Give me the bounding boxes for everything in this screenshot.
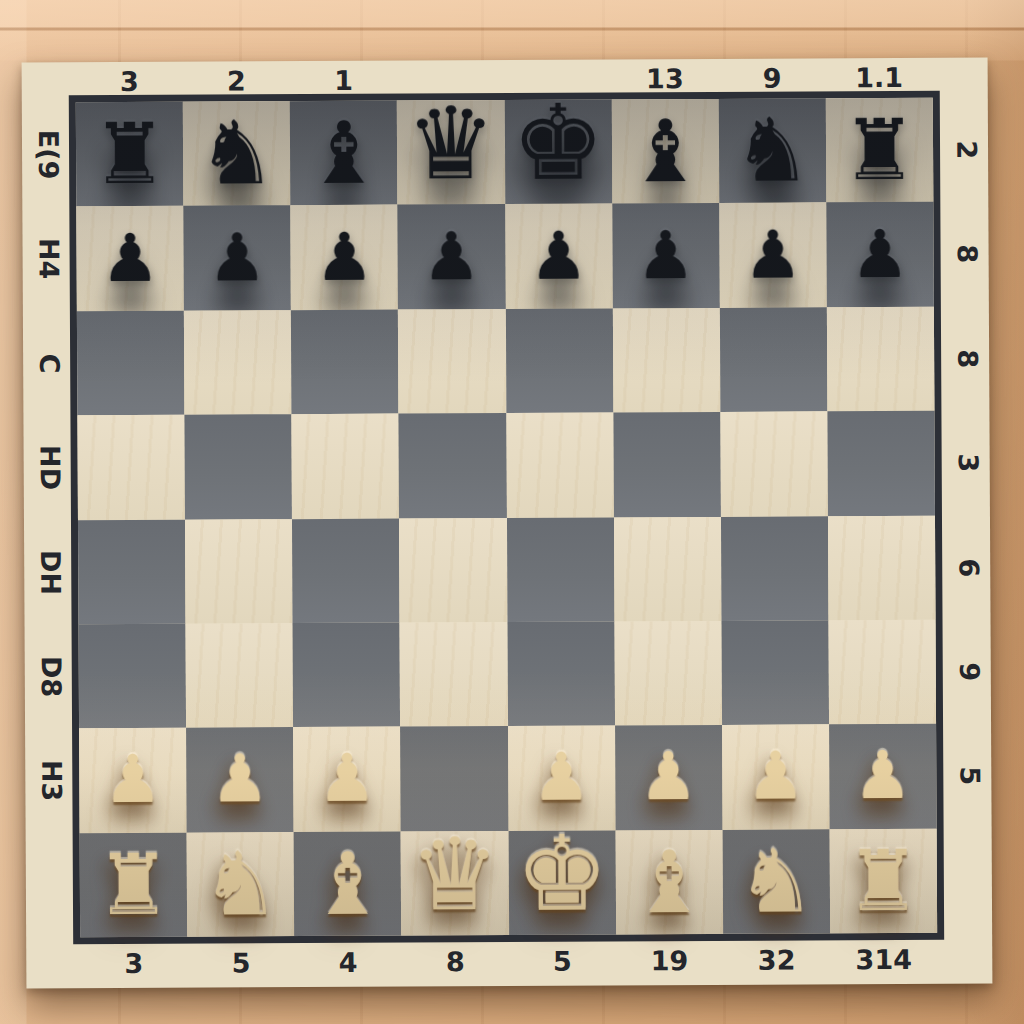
wood-table: 3211391.1 354851932314 E(9H4CHDDHD8H3 28…	[0, 0, 1024, 1024]
black-pawn-f7[interactable]: ♟	[612, 203, 720, 308]
file-label-bottom-b: 5	[187, 945, 294, 980]
square-c3[interactable]	[293, 622, 401, 727]
square-c6[interactable]	[291, 309, 399, 414]
file-label-bottom-f: 19	[616, 943, 723, 978]
square-g2[interactable]: ♟	[722, 725, 830, 830]
square-b7[interactable]: ♟	[183, 206, 291, 311]
square-b8[interactable]: ♞	[183, 101, 291, 206]
square-f8[interactable]: ♝	[611, 99, 719, 204]
square-b1[interactable]: ♞	[187, 832, 295, 937]
square-c5[interactable]	[292, 414, 400, 519]
square-a1[interactable]: ♜	[80, 832, 188, 937]
black-pawn-g7[interactable]: ♟	[719, 203, 827, 308]
white-bishop-c1[interactable]: ♝	[294, 831, 402, 936]
chess-board-mat: 3211391.1 354851932314 E(9H4CHDDHD8H3 28…	[22, 57, 993, 988]
white-pawn-h2[interactable]: ♟	[829, 724, 937, 829]
white-pawn-f2[interactable]: ♟	[615, 725, 723, 830]
square-g8[interactable]: ♞	[719, 98, 827, 203]
file-label-bottom-d: 8	[402, 944, 509, 979]
square-b4[interactable]	[185, 519, 293, 624]
white-rook-h1[interactable]: ♜	[829, 828, 937, 933]
square-f2[interactable]: ♟	[615, 725, 723, 830]
square-d5[interactable]	[399, 413, 507, 518]
white-rook-a1[interactable]: ♜	[80, 832, 188, 937]
black-knight-g8[interactable]: ♞	[719, 98, 827, 203]
square-e6[interactable]	[505, 308, 613, 413]
square-f6[interactable]	[613, 308, 721, 413]
square-h2[interactable]: ♟	[829, 724, 937, 829]
square-a2[interactable]: ♟	[79, 728, 187, 833]
rank-labels-right: 2883695	[950, 97, 988, 932]
square-d7[interactable]: ♟	[398, 204, 506, 309]
white-king-e1[interactable]: ♚	[508, 821, 616, 926]
square-d1[interactable]: ♛	[401, 831, 509, 936]
black-pawn-h7[interactable]: ♟	[826, 202, 934, 307]
black-bishop-f8[interactable]: ♝	[611, 99, 719, 204]
white-pawn-g2[interactable]: ♟	[722, 725, 830, 830]
black-pawn-a7[interactable]: ♟	[76, 206, 184, 311]
board-frame: ♜♞♝♛♚♝♞♜♟♟♟♟♟♟♟♟♟♟♟♟♟♟♟♜♞♝♛♚♝♞♜	[69, 91, 944, 945]
square-e7[interactable]: ♟	[505, 204, 613, 309]
file-label-bottom-g: 32	[723, 942, 830, 977]
square-a7[interactable]: ♟	[76, 206, 184, 311]
white-queen-d1[interactable]: ♛	[401, 823, 509, 928]
file-label-bottom-c: 4	[294, 945, 401, 980]
file-labels-bottom: 354851932314	[80, 942, 937, 980]
file-label-top-c: 1	[290, 65, 397, 97]
square-c2[interactable]: ♟	[293, 727, 401, 832]
square-e1[interactable]: ♚	[508, 830, 616, 935]
square-f4[interactable]	[614, 516, 722, 621]
white-knight-g1[interactable]: ♞	[722, 829, 830, 934]
black-rook-h8[interactable]: ♜	[826, 98, 934, 203]
square-h5[interactable]	[827, 411, 935, 516]
white-bishop-f1[interactable]: ♝	[615, 830, 723, 935]
white-knight-b1[interactable]: ♞	[187, 832, 295, 937]
black-bishop-c8[interactable]: ♝	[290, 101, 398, 206]
black-pawn-e7[interactable]: ♟	[505, 204, 613, 309]
black-king-e8[interactable]: ♚	[504, 90, 612, 195]
square-h8[interactable]: ♜	[826, 98, 934, 203]
white-pawn-a2[interactable]: ♟	[79, 728, 187, 833]
file-label-top-a: 3	[76, 66, 183, 98]
square-f3[interactable]	[614, 621, 722, 726]
white-pawn-b2[interactable]: ♟	[186, 727, 294, 832]
black-pawn-d7[interactable]: ♟	[398, 204, 506, 309]
square-c7[interactable]: ♟	[291, 205, 399, 310]
white-pawn-c2[interactable]: ♟	[293, 727, 401, 832]
black-pawn-b7[interactable]: ♟	[183, 206, 291, 311]
square-d3[interactable]	[400, 622, 508, 727]
square-b6[interactable]	[184, 310, 292, 415]
square-g5[interactable]	[720, 411, 828, 516]
file-label-bottom-a: 3	[80, 946, 187, 981]
rank-labels-left: E(9H4CHDDHD8H3	[24, 102, 60, 937]
square-h4[interactable]	[828, 515, 936, 620]
square-a5[interactable]	[77, 415, 185, 520]
square-g1[interactable]: ♞	[722, 829, 830, 934]
file-label-bottom-h: 314	[830, 942, 937, 977]
square-f7[interactable]: ♟	[612, 203, 720, 308]
square-d6[interactable]	[398, 309, 506, 414]
file-label-top-h: 1.1	[825, 62, 932, 94]
square-h7[interactable]: ♟	[826, 202, 934, 307]
square-c8[interactable]: ♝	[290, 101, 398, 206]
file-label-bottom-e: 5	[509, 943, 616, 978]
file-label-top-g: 9	[718, 62, 825, 94]
square-b5[interactable]	[185, 414, 293, 519]
board-grid: ♜♞♝♛♚♝♞♜♟♟♟♟♟♟♟♟♟♟♟♟♟♟♟♜♞♝♛♚♝♞♜	[76, 98, 937, 937]
square-b3[interactable]	[186, 623, 294, 728]
file-label-top-f: 13	[611, 63, 718, 95]
black-queen-d8[interactable]: ♛	[397, 92, 505, 197]
black-knight-b8[interactable]: ♞	[183, 101, 291, 206]
square-d8[interactable]: ♛	[397, 100, 505, 205]
square-b2[interactable]: ♟	[186, 727, 294, 832]
square-f1[interactable]: ♝	[615, 830, 723, 935]
square-c1[interactable]: ♝	[294, 831, 402, 936]
square-a6[interactable]	[77, 310, 185, 415]
square-g6[interactable]	[720, 307, 828, 412]
square-g4[interactable]	[721, 516, 829, 621]
square-g3[interactable]	[721, 620, 829, 725]
square-a8[interactable]: ♜	[76, 102, 184, 207]
square-a4[interactable]	[78, 519, 186, 624]
square-d4[interactable]	[399, 518, 507, 623]
square-e5[interactable]	[506, 413, 614, 518]
square-g7[interactable]: ♟	[719, 203, 827, 308]
square-e4[interactable]	[506, 517, 614, 622]
file-label-top-b: 2	[183, 65, 290, 97]
square-c4[interactable]	[292, 518, 400, 623]
square-f5[interactable]	[613, 412, 721, 517]
black-rook-a8[interactable]: ♜	[76, 102, 184, 207]
square-h3[interactable]	[828, 620, 936, 725]
black-pawn-c7[interactable]: ♟	[291, 205, 399, 310]
square-e8[interactable]: ♚	[504, 99, 612, 204]
square-e3[interactable]	[507, 621, 615, 726]
square-a3[interactable]	[79, 624, 187, 729]
square-h1[interactable]: ♜	[829, 828, 937, 933]
square-h6[interactable]	[827, 307, 935, 412]
